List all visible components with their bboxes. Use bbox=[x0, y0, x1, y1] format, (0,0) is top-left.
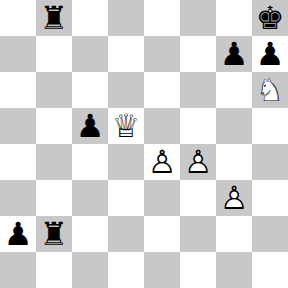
square-g8[interactable] bbox=[216, 0, 252, 36]
black-pawn[interactable]: ♟ bbox=[252, 36, 288, 72]
black-pawn[interactable]: ♟ bbox=[72, 108, 108, 144]
square-f6[interactable] bbox=[180, 72, 216, 108]
white-knight[interactable]: ♞♘ bbox=[252, 72, 288, 108]
chess-board: ♜♚♟♟♞♘♟♛♕♟♙♟♙♟♙♟♜ bbox=[0, 0, 288, 288]
square-e4[interactable]: ♟♙ bbox=[144, 144, 180, 180]
square-b6[interactable] bbox=[36, 72, 72, 108]
square-f5[interactable] bbox=[180, 108, 216, 144]
square-d7[interactable] bbox=[108, 36, 144, 72]
square-h2[interactable] bbox=[252, 216, 288, 252]
square-e8[interactable] bbox=[144, 0, 180, 36]
white-queen-outline: ♕ bbox=[108, 108, 144, 144]
square-d3[interactable] bbox=[108, 180, 144, 216]
black-rook-glyph: ♜ bbox=[36, 216, 72, 252]
square-c4[interactable] bbox=[72, 144, 108, 180]
square-a5[interactable] bbox=[0, 108, 36, 144]
black-rook[interactable]: ♜ bbox=[36, 216, 72, 252]
black-pawn[interactable]: ♟ bbox=[216, 36, 252, 72]
square-d4[interactable] bbox=[108, 144, 144, 180]
square-e5[interactable] bbox=[144, 108, 180, 144]
square-c3[interactable] bbox=[72, 180, 108, 216]
square-b8[interactable]: ♜ bbox=[36, 0, 72, 36]
square-b7[interactable] bbox=[36, 36, 72, 72]
square-e3[interactable] bbox=[144, 180, 180, 216]
square-e7[interactable] bbox=[144, 36, 180, 72]
square-g5[interactable] bbox=[216, 108, 252, 144]
white-pawn[interactable]: ♟♙ bbox=[144, 144, 180, 180]
square-e6[interactable] bbox=[144, 72, 180, 108]
square-c5[interactable]: ♟ bbox=[72, 108, 108, 144]
white-pawn[interactable]: ♟♙ bbox=[180, 144, 216, 180]
white-pawn-outline: ♙ bbox=[216, 180, 252, 216]
square-g6[interactable] bbox=[216, 72, 252, 108]
square-h4[interactable] bbox=[252, 144, 288, 180]
white-pawn[interactable]: ♟♙ bbox=[216, 180, 252, 216]
square-f7[interactable] bbox=[180, 36, 216, 72]
square-d6[interactable] bbox=[108, 72, 144, 108]
square-d5[interactable]: ♛♕ bbox=[108, 108, 144, 144]
black-pawn-glyph: ♟ bbox=[216, 36, 252, 72]
black-pawn-glyph: ♟ bbox=[252, 36, 288, 72]
square-b2[interactable]: ♜ bbox=[36, 216, 72, 252]
square-f3[interactable] bbox=[180, 180, 216, 216]
square-d1[interactable] bbox=[108, 252, 144, 288]
square-g3[interactable]: ♟♙ bbox=[216, 180, 252, 216]
white-pawn-outline: ♙ bbox=[144, 144, 180, 180]
square-e1[interactable] bbox=[144, 252, 180, 288]
square-f1[interactable] bbox=[180, 252, 216, 288]
square-h1[interactable] bbox=[252, 252, 288, 288]
square-g1[interactable] bbox=[216, 252, 252, 288]
black-king-glyph: ♚ bbox=[252, 0, 288, 36]
square-d8[interactable] bbox=[108, 0, 144, 36]
square-g4[interactable] bbox=[216, 144, 252, 180]
square-a6[interactable] bbox=[0, 72, 36, 108]
square-c1[interactable] bbox=[72, 252, 108, 288]
square-h5[interactable] bbox=[252, 108, 288, 144]
black-rook-glyph: ♜ bbox=[36, 0, 72, 36]
square-h7[interactable]: ♟ bbox=[252, 36, 288, 72]
square-a8[interactable] bbox=[0, 0, 36, 36]
square-d2[interactable] bbox=[108, 216, 144, 252]
square-e2[interactable] bbox=[144, 216, 180, 252]
square-c2[interactable] bbox=[72, 216, 108, 252]
square-a4[interactable] bbox=[0, 144, 36, 180]
square-a1[interactable] bbox=[0, 252, 36, 288]
square-h8[interactable]: ♚ bbox=[252, 0, 288, 36]
black-pawn-glyph: ♟ bbox=[72, 108, 108, 144]
black-king[interactable]: ♚ bbox=[252, 0, 288, 36]
square-b4[interactable] bbox=[36, 144, 72, 180]
square-f8[interactable] bbox=[180, 0, 216, 36]
square-b1[interactable] bbox=[36, 252, 72, 288]
black-pawn-glyph: ♟ bbox=[0, 216, 36, 252]
black-rook[interactable]: ♜ bbox=[36, 0, 72, 36]
square-h3[interactable] bbox=[252, 180, 288, 216]
square-b5[interactable] bbox=[36, 108, 72, 144]
square-h6[interactable]: ♞♘ bbox=[252, 72, 288, 108]
white-knight-outline: ♘ bbox=[252, 72, 288, 108]
square-a3[interactable] bbox=[0, 180, 36, 216]
square-b3[interactable] bbox=[36, 180, 72, 216]
square-c7[interactable] bbox=[72, 36, 108, 72]
square-c6[interactable] bbox=[72, 72, 108, 108]
white-pawn-outline: ♙ bbox=[180, 144, 216, 180]
square-f4[interactable]: ♟♙ bbox=[180, 144, 216, 180]
square-g7[interactable]: ♟ bbox=[216, 36, 252, 72]
square-f2[interactable] bbox=[180, 216, 216, 252]
square-c8[interactable] bbox=[72, 0, 108, 36]
square-a2[interactable]: ♟ bbox=[0, 216, 36, 252]
square-g2[interactable] bbox=[216, 216, 252, 252]
white-queen[interactable]: ♛♕ bbox=[108, 108, 144, 144]
square-a7[interactable] bbox=[0, 36, 36, 72]
black-pawn[interactable]: ♟ bbox=[0, 216, 36, 252]
